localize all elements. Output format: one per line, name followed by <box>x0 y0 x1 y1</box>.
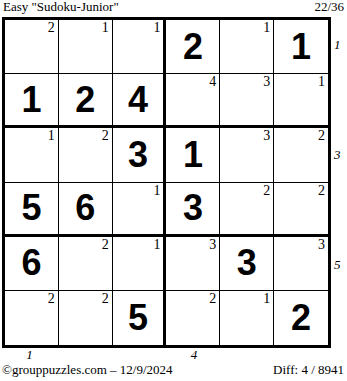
cell-value: 6 <box>5 237 58 290</box>
difficulty-text: Diff: 4 / 8941 <box>273 363 344 377</box>
cell-r4c1[interactable]: 5 <box>5 183 59 237</box>
cell-value <box>5 128 58 181</box>
cell-r4c6[interactable]: 2 <box>274 183 328 237</box>
cell-r4c4[interactable]: 3 <box>166 183 220 237</box>
cell-r2c4[interactable]: 4 <box>166 74 220 128</box>
cell-r2c3[interactable]: 4 <box>113 74 167 128</box>
cell-r6c5[interactable]: 1 <box>220 291 274 345</box>
cell-r6c1[interactable]: 2 <box>5 291 59 345</box>
cell-value: 5 <box>113 291 164 345</box>
cell-r2c5[interactable]: 3 <box>220 74 274 128</box>
row-label-5: 5 <box>334 238 347 293</box>
cell-r6c4[interactable]: 2 <box>166 291 220 345</box>
cell-r3c2[interactable]: 2 <box>59 128 113 182</box>
cell-value <box>113 20 164 73</box>
cell-value: 2 <box>59 74 112 125</box>
cell-value <box>274 183 328 234</box>
cell-value <box>220 74 273 125</box>
cell-r1c1[interactable]: 2 <box>5 20 59 74</box>
cell-value <box>59 237 112 290</box>
cell-value <box>166 291 219 345</box>
cell-value <box>59 20 112 73</box>
cell-value: 1 <box>166 128 219 181</box>
col-label-4: 4 <box>167 348 222 362</box>
col-labels: 14 <box>2 348 331 362</box>
cell-r1c2[interactable]: 1 <box>59 20 113 74</box>
cell-value: 3 <box>220 237 273 290</box>
page-header: Easy "Sudoku-Junior" 22/36 <box>3 0 344 15</box>
page-footer: ©grouppuzzles.com – 12/9/2024 Diff: 4 / … <box>2 363 344 379</box>
cell-value <box>5 20 58 73</box>
cell-value: 5 <box>5 183 58 234</box>
cell-value <box>274 128 328 181</box>
cell-r4c2[interactable]: 6 <box>59 183 113 237</box>
cell-value <box>5 291 58 345</box>
cell-r5c1[interactable]: 6 <box>5 237 59 291</box>
cell-r5c2[interactable]: 2 <box>59 237 113 291</box>
copyright-text: ©grouppuzzles.com – 12/9/2024 <box>2 363 173 377</box>
row-labels: 135 <box>334 17 347 348</box>
cell-r1c4[interactable]: 2 <box>166 20 220 74</box>
cell-value <box>166 74 219 125</box>
cell-r2c6[interactable]: 1 <box>274 74 328 128</box>
cell-r5c4[interactable]: 3 <box>166 237 220 291</box>
cell-r5c6[interactable]: 3 <box>274 237 328 291</box>
cell-value <box>220 20 273 73</box>
cell-r4c3[interactable]: 1 <box>113 183 167 237</box>
cell-value: 1 <box>5 74 58 125</box>
cell-r4c5[interactable]: 2 <box>220 183 274 237</box>
cell-value: 2 <box>274 291 328 345</box>
cell-value: 3 <box>113 128 164 181</box>
cell-value: 2 <box>166 20 219 73</box>
row-label-3: 3 <box>334 127 347 182</box>
cell-value <box>274 237 328 290</box>
cell-r3c1[interactable]: 1 <box>5 128 59 182</box>
cell-value <box>220 128 273 181</box>
cell-r2c2[interactable]: 2 <box>59 74 113 128</box>
cell-r6c6[interactable]: 2 <box>274 291 328 345</box>
cell-r3c5[interactable]: 3 <box>220 128 274 182</box>
cell-r3c6[interactable]: 2 <box>274 128 328 182</box>
row-label-1: 1 <box>334 17 347 72</box>
cell-r6c2[interactable]: 2 <box>59 291 113 345</box>
puzzle-title: Easy "Sudoku-Junior" <box>3 0 119 14</box>
cell-r5c5[interactable]: 3 <box>220 237 274 291</box>
cell-value <box>166 237 219 290</box>
cell-value <box>113 183 164 234</box>
cell-r5c3[interactable]: 1 <box>113 237 167 291</box>
cell-value <box>59 128 112 181</box>
sudoku-board: 211211124431123132561322621333225212 <box>2 17 331 348</box>
cell-r1c3[interactable]: 1 <box>113 20 167 74</box>
cell-value <box>59 291 112 345</box>
cell-r3c3[interactable]: 3 <box>113 128 167 182</box>
cell-r6c3[interactable]: 5 <box>113 291 167 345</box>
puzzle-counter: 22/36 <box>314 0 344 14</box>
cell-value <box>220 291 273 345</box>
cell-r1c5[interactable]: 1 <box>220 20 274 74</box>
cell-r1c6[interactable]: 1 <box>274 20 328 74</box>
cell-r2c1[interactable]: 1 <box>5 74 59 128</box>
cell-value <box>113 237 164 290</box>
cell-value: 3 <box>166 183 219 234</box>
cell-value: 1 <box>274 20 328 73</box>
cell-value <box>220 183 273 234</box>
cell-value: 6 <box>59 183 112 234</box>
cell-value: 4 <box>113 74 164 125</box>
cell-r3c4[interactable]: 1 <box>166 128 220 182</box>
col-label-1: 1 <box>2 348 57 362</box>
cell-value <box>274 74 328 125</box>
